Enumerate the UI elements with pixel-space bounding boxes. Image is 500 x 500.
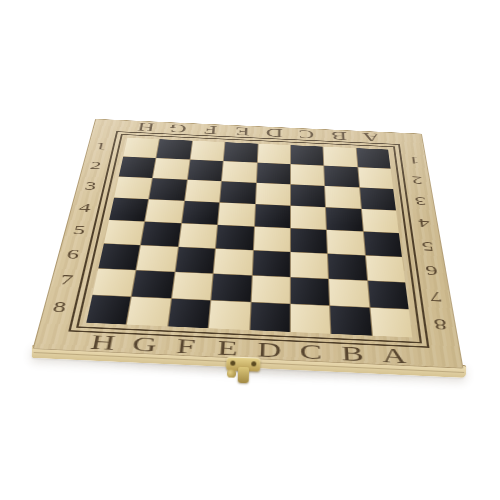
square-c1 — [291, 145, 324, 165]
product-photo-stage: HGFEDCBA HGFEDCBA 12345678 12345678 — [0, 0, 500, 500]
square-g7 — [132, 270, 174, 298]
file-label: A — [372, 345, 416, 365]
square-c2 — [291, 164, 324, 185]
square-c7 — [291, 277, 330, 305]
square-d1 — [257, 144, 290, 164]
square-f8 — [168, 299, 210, 328]
file-label: E — [206, 338, 249, 358]
square-h4 — [109, 198, 148, 221]
square-a4 — [362, 209, 399, 233]
rank-label: 7 — [420, 283, 452, 311]
square-a5 — [364, 232, 402, 257]
file-label: F — [164, 336, 208, 356]
square-d6 — [252, 251, 289, 277]
square-f3 — [185, 180, 221, 202]
square-h6 — [98, 244, 140, 270]
rank-label: 1 — [401, 150, 428, 170]
square-b6 — [328, 254, 366, 280]
rank-label: 4 — [410, 211, 439, 235]
square-e6 — [214, 249, 253, 275]
square-g8 — [127, 297, 170, 326]
square-g5 — [141, 222, 180, 247]
clasp-screw-right — [251, 361, 256, 366]
square-b8 — [330, 306, 371, 336]
square-f7 — [172, 272, 213, 300]
rank-label: 8 — [424, 310, 457, 340]
square-a8 — [370, 308, 412, 338]
square-c8 — [291, 304, 331, 334]
square-d4 — [255, 204, 290, 228]
square-c4 — [291, 206, 326, 230]
square-b2 — [324, 166, 358, 187]
rank-label: 6 — [416, 258, 447, 285]
rank-label: 3 — [406, 190, 434, 213]
square-h5 — [104, 220, 144, 245]
square-h2 — [119, 157, 156, 178]
rank-label: 2 — [403, 169, 431, 190]
square-g1 — [157, 139, 192, 159]
square-f2 — [188, 160, 223, 181]
square-a1 — [356, 148, 390, 168]
board-top-face: HGFEDCBA HGFEDCBA 12345678 12345678 — [32, 119, 463, 369]
square-f6 — [175, 247, 215, 273]
square-h3 — [114, 177, 152, 199]
clasp-screw-left — [230, 361, 235, 366]
square-a3 — [360, 188, 396, 210]
square-d5 — [253, 227, 289, 252]
square-e3 — [220, 181, 255, 203]
square-e1 — [224, 142, 257, 162]
square-g3 — [149, 178, 186, 200]
outer-frame-line — [68, 131, 429, 348]
square-c5 — [291, 228, 327, 253]
file-label: B — [331, 343, 374, 363]
square-f5 — [179, 223, 217, 248]
square-e7 — [211, 274, 251, 302]
square-c6 — [291, 252, 328, 278]
square-e5 — [216, 225, 253, 250]
square-c3 — [291, 185, 325, 207]
square-a6 — [366, 256, 406, 282]
square-h8 — [86, 295, 131, 324]
square-h7 — [93, 269, 136, 297]
square-g6 — [137, 245, 178, 271]
chessboard: HGFEDCBA HGFEDCBA 12345678 12345678 — [32, 119, 463, 369]
square-d3 — [256, 183, 290, 205]
square-b1 — [324, 147, 357, 167]
square-e2 — [222, 161, 256, 182]
square-e4 — [218, 203, 254, 226]
square-b3 — [325, 186, 360, 208]
square-a7 — [368, 281, 409, 309]
rank-label: 5 — [413, 234, 443, 259]
square-g4 — [146, 200, 184, 223]
square-b7 — [329, 279, 369, 307]
square-d2 — [256, 163, 290, 184]
square-g2 — [153, 158, 189, 179]
file-label: H — [80, 332, 125, 352]
square-d8 — [250, 302, 290, 331]
square-d7 — [251, 276, 290, 304]
file-label: G — [122, 334, 166, 354]
inner-frame-line — [76, 134, 422, 343]
clasp-hinge-stub — [227, 369, 236, 377]
square-e8 — [209, 301, 250, 330]
square-f4 — [182, 201, 219, 224]
file-label: C — [290, 342, 332, 362]
square-b4 — [326, 208, 362, 232]
square-a2 — [358, 167, 393, 188]
brass-clasp — [220, 356, 265, 390]
square-b5 — [327, 230, 364, 255]
square-f1 — [190, 141, 224, 161]
square-h1 — [123, 138, 159, 158]
board-grid — [86, 138, 412, 338]
clasp-knob — [238, 367, 250, 383]
